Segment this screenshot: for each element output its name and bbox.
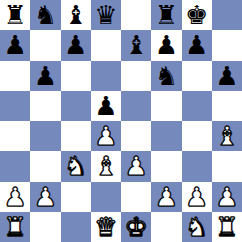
- piece-white-knight[interactable]: ♞: [64, 151, 87, 181]
- square-b7[interactable]: [30, 30, 60, 60]
- square-e6[interactable]: [121, 61, 151, 91]
- square-h8[interactable]: [212, 0, 242, 30]
- square-h3[interactable]: [212, 151, 242, 181]
- square-h5[interactable]: [212, 91, 242, 121]
- piece-black-pawn[interactable]: ♟: [3, 30, 26, 60]
- square-g5[interactable]: [182, 91, 212, 121]
- square-g1[interactable]: ♞: [182, 212, 212, 242]
- square-f8[interactable]: ♜: [151, 0, 181, 30]
- square-h2[interactable]: ♟: [212, 182, 242, 212]
- square-e2[interactable]: [121, 182, 151, 212]
- square-a8[interactable]: ♜: [0, 0, 30, 30]
- piece-black-pawn[interactable]: ♟: [185, 30, 208, 60]
- square-c5[interactable]: [61, 91, 91, 121]
- square-d7[interactable]: [91, 30, 121, 60]
- square-f6[interactable]: ♞: [151, 61, 181, 91]
- piece-white-pawn[interactable]: ♟: [185, 182, 208, 212]
- piece-white-king[interactable]: ♚: [124, 212, 147, 242]
- square-b5[interactable]: [30, 91, 60, 121]
- piece-black-knight[interactable]: ♞: [34, 0, 57, 30]
- square-g3[interactable]: [182, 151, 212, 181]
- square-b3[interactable]: [30, 151, 60, 181]
- square-e4[interactable]: [121, 121, 151, 151]
- square-f3[interactable]: [151, 151, 181, 181]
- piece-white-pawn[interactable]: ♟: [155, 182, 178, 212]
- square-g7[interactable]: ♟: [182, 30, 212, 60]
- square-e8[interactable]: [121, 0, 151, 30]
- square-a2[interactable]: ♟: [0, 182, 30, 212]
- square-h7[interactable]: [212, 30, 242, 60]
- piece-black-pawn[interactable]: ♟: [34, 61, 57, 91]
- square-d2[interactable]: [91, 182, 121, 212]
- square-a5[interactable]: [0, 91, 30, 121]
- square-a3[interactable]: [0, 151, 30, 181]
- square-c6[interactable]: [61, 61, 91, 91]
- square-a6[interactable]: [0, 61, 30, 91]
- square-c7[interactable]: ♟: [61, 30, 91, 60]
- piece-black-pawn[interactable]: ♟: [94, 91, 117, 121]
- square-c8[interactable]: ♝: [61, 0, 91, 30]
- square-a7[interactable]: ♟: [0, 30, 30, 60]
- square-g2[interactable]: ♟: [182, 182, 212, 212]
- square-b8[interactable]: ♞: [30, 0, 60, 30]
- piece-black-knight[interactable]: ♞: [155, 61, 178, 91]
- square-e5[interactable]: [121, 91, 151, 121]
- piece-black-bishop[interactable]: ♝: [64, 0, 87, 30]
- square-g8[interactable]: ♚: [182, 0, 212, 30]
- square-h4[interactable]: ♝: [212, 121, 242, 151]
- square-a4[interactable]: [0, 121, 30, 151]
- piece-white-bishop[interactable]: ♝: [94, 151, 117, 181]
- piece-white-pawn[interactable]: ♟: [94, 121, 117, 151]
- piece-white-knight[interactable]: ♞: [185, 212, 208, 242]
- piece-black-queen[interactable]: ♛: [94, 0, 117, 30]
- square-c2[interactable]: [61, 182, 91, 212]
- piece-white-pawn[interactable]: ♟: [3, 182, 26, 212]
- square-e7[interactable]: ♝: [121, 30, 151, 60]
- piece-white-rook[interactable]: ♜: [3, 212, 26, 242]
- piece-black-king[interactable]: ♚: [185, 0, 208, 30]
- square-f5[interactable]: [151, 91, 181, 121]
- square-b2[interactable]: ♟: [30, 182, 60, 212]
- square-d1[interactable]: ♛: [91, 212, 121, 242]
- square-c4[interactable]: [61, 121, 91, 151]
- piece-white-queen[interactable]: ♛: [94, 212, 117, 242]
- square-h6[interactable]: ♟: [212, 61, 242, 91]
- square-b6[interactable]: ♟: [30, 61, 60, 91]
- square-d6[interactable]: [91, 61, 121, 91]
- square-d8[interactable]: ♛: [91, 0, 121, 30]
- square-d5[interactable]: ♟: [91, 91, 121, 121]
- chess-board: ♜♞♝♛♜♚♟♟♝♟♟♟♞♟♟♟♝♞♝♟♟♟♟♟♟♜♛♚♞♜: [0, 0, 242, 242]
- square-e1[interactable]: ♚: [121, 212, 151, 242]
- square-f7[interactable]: ♟: [151, 30, 181, 60]
- square-b4[interactable]: [30, 121, 60, 151]
- piece-white-pawn[interactable]: ♟: [124, 151, 147, 181]
- piece-white-rook[interactable]: ♜: [215, 212, 238, 242]
- piece-black-pawn[interactable]: ♟: [215, 61, 238, 91]
- square-a1[interactable]: ♜: [0, 212, 30, 242]
- square-g6[interactable]: [182, 61, 212, 91]
- square-f4[interactable]: [151, 121, 181, 151]
- square-g4[interactable]: [182, 121, 212, 151]
- square-h1[interactable]: ♜: [212, 212, 242, 242]
- square-c3[interactable]: ♞: [61, 151, 91, 181]
- square-d4[interactable]: ♟: [91, 121, 121, 151]
- square-c1[interactable]: [61, 212, 91, 242]
- piece-white-pawn[interactable]: ♟: [34, 182, 57, 212]
- piece-white-pawn[interactable]: ♟: [215, 182, 238, 212]
- piece-white-bishop[interactable]: ♝: [215, 121, 238, 151]
- piece-black-rook[interactable]: ♜: [155, 0, 178, 30]
- square-b1[interactable]: [30, 212, 60, 242]
- square-f1[interactable]: [151, 212, 181, 242]
- square-d3[interactable]: ♝: [91, 151, 121, 181]
- square-e3[interactable]: ♟: [121, 151, 151, 181]
- piece-black-rook[interactable]: ♜: [3, 0, 26, 30]
- piece-black-pawn[interactable]: ♟: [155, 30, 178, 60]
- square-f2[interactable]: ♟: [151, 182, 181, 212]
- piece-black-bishop[interactable]: ♝: [124, 30, 147, 60]
- piece-black-pawn[interactable]: ♟: [64, 30, 87, 60]
